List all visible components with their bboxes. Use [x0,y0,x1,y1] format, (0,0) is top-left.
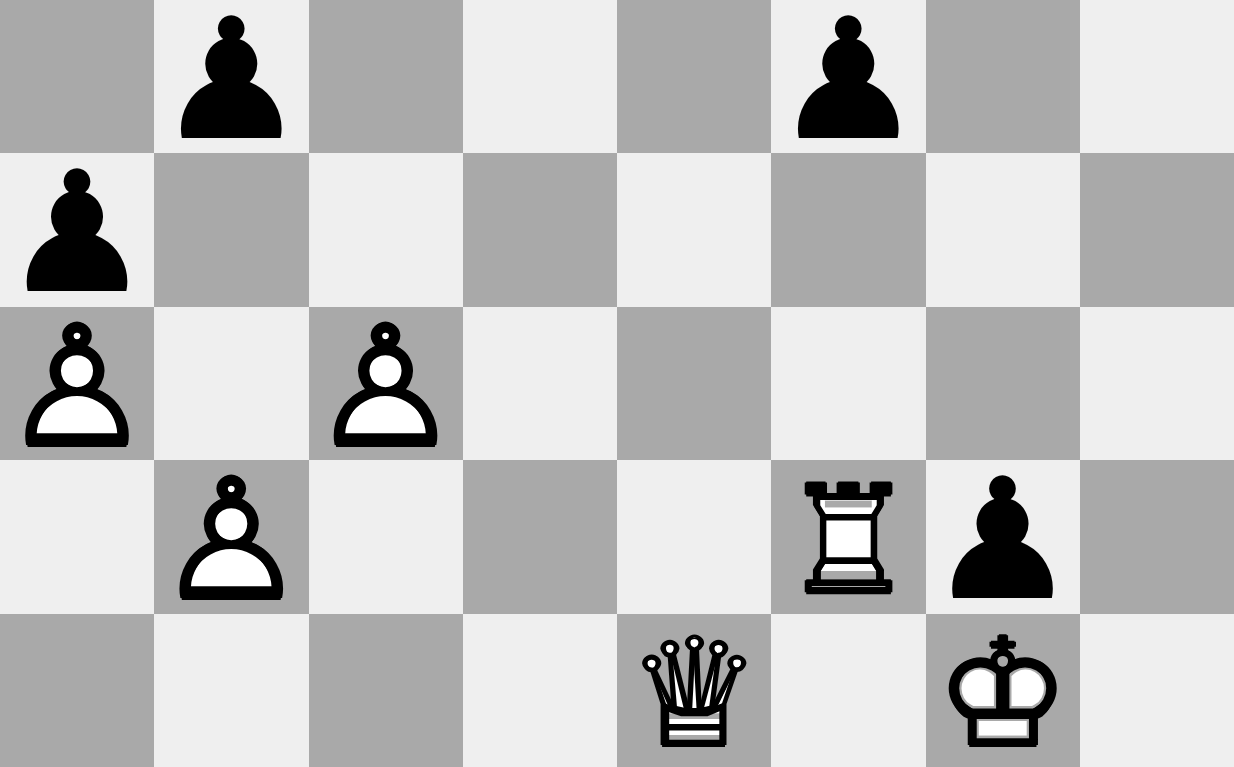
square-a3[interactable]: ♟♙ [0,307,154,460]
black-pawn-piece: ♟ [926,463,1080,616]
square-h4[interactable] [1080,153,1234,306]
square-b3[interactable] [154,307,308,460]
white-queen-outline: ♕ [617,617,771,767]
white-pawn-outline: ♙ [154,463,308,616]
square-g3[interactable] [926,307,1080,460]
square-e4[interactable] [617,153,771,306]
square-f5[interactable]: ♟ [771,0,925,153]
white-pawn-piece: ♟♙ [154,463,308,616]
black-pawn-piece: ♟ [771,3,925,156]
black-pawn-piece: ♟ [0,156,154,309]
square-f4[interactable] [771,153,925,306]
square-h3[interactable] [1080,307,1234,460]
square-c2[interactable] [309,460,463,613]
square-e1[interactable]: ♛♕ [617,614,771,767]
black-pawn-glyph: ♟ [926,463,1080,616]
white-king-glyph: ♚ [926,617,1080,767]
white-pawn-glyph: ♟ [309,310,463,463]
square-b1[interactable] [154,614,308,767]
square-a2[interactable] [0,460,154,613]
white-queen-piece: ♛♕ [617,617,771,767]
white-pawn-outline: ♙ [0,310,154,463]
square-c4[interactable] [309,153,463,306]
square-d3[interactable] [463,307,617,460]
square-d4[interactable] [463,153,617,306]
white-king-piece: ♚♔ [926,617,1080,767]
white-rook-piece: ♜♖ [771,463,925,616]
black-pawn-glyph: ♟ [154,3,308,156]
white-pawn-piece: ♟♙ [0,310,154,463]
square-d2[interactable] [463,460,617,613]
square-b5[interactable]: ♟ [154,0,308,153]
square-e3[interactable] [617,307,771,460]
black-pawn-glyph: ♟ [0,156,154,309]
white-king-outline: ♔ [926,617,1080,767]
square-g5[interactable] [926,0,1080,153]
white-pawn-glyph: ♟ [0,310,154,463]
white-pawn-piece: ♟♙ [309,310,463,463]
black-pawn-piece: ♟ [154,3,308,156]
square-g1[interactable]: ♚♔ [926,614,1080,767]
square-b2[interactable]: ♟♙ [154,460,308,613]
square-g2[interactable]: ♟ [926,460,1080,613]
black-pawn-glyph: ♟ [771,3,925,156]
white-queen-glyph: ♛ [617,617,771,767]
square-c3[interactable]: ♟♙ [309,307,463,460]
square-a4[interactable]: ♟ [0,153,154,306]
square-d1[interactable] [463,614,617,767]
chess-board: ♟♟♟♟♙♟♙♟♙♜♖♟♛♕♚♔ [0,0,1234,767]
square-c5[interactable] [309,0,463,153]
square-e5[interactable] [617,0,771,153]
square-a1[interactable] [0,614,154,767]
square-g4[interactable] [926,153,1080,306]
square-d5[interactable] [463,0,617,153]
square-a5[interactable] [0,0,154,153]
square-f2[interactable]: ♜♖ [771,460,925,613]
square-h5[interactable] [1080,0,1234,153]
white-pawn-glyph: ♟ [154,463,308,616]
square-c1[interactable] [309,614,463,767]
square-e2[interactable] [617,460,771,613]
white-rook-glyph: ♜ [771,463,925,616]
square-h1[interactable] [1080,614,1234,767]
square-f3[interactable] [771,307,925,460]
white-pawn-outline: ♙ [309,310,463,463]
square-f1[interactable] [771,614,925,767]
square-h2[interactable] [1080,460,1234,613]
square-b4[interactable] [154,153,308,306]
white-rook-outline: ♖ [771,463,925,616]
